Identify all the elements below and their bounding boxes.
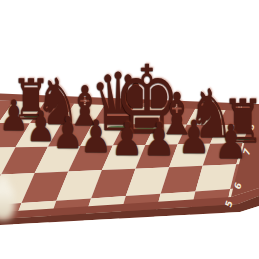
piece-black-pawn-c7[interactable]: ♟ — [53, 111, 84, 155]
piece-black-pawn-h7[interactable]: ♟ — [215, 118, 248, 165]
chess-set-photo: 8765abcdefgh ♜♞♝♛♟♚♝♞♜♟♟♟♟♟♟♟ — [0, 0, 259, 259]
piece-black-pawn-d7[interactable]: ♟ — [80, 114, 111, 159]
piece-black-pawn-a7[interactable]: ♟ — [0, 95, 29, 137]
piece-black-pawn-b7[interactable]: ♟ — [26, 106, 55, 148]
piece-black-pawn-g7[interactable]: ♟ — [178, 114, 210, 160]
piece-black-pawn-f7[interactable]: ♟ — [143, 116, 175, 162]
piece-black-pawn-e7[interactable]: ♟ — [111, 116, 143, 162]
